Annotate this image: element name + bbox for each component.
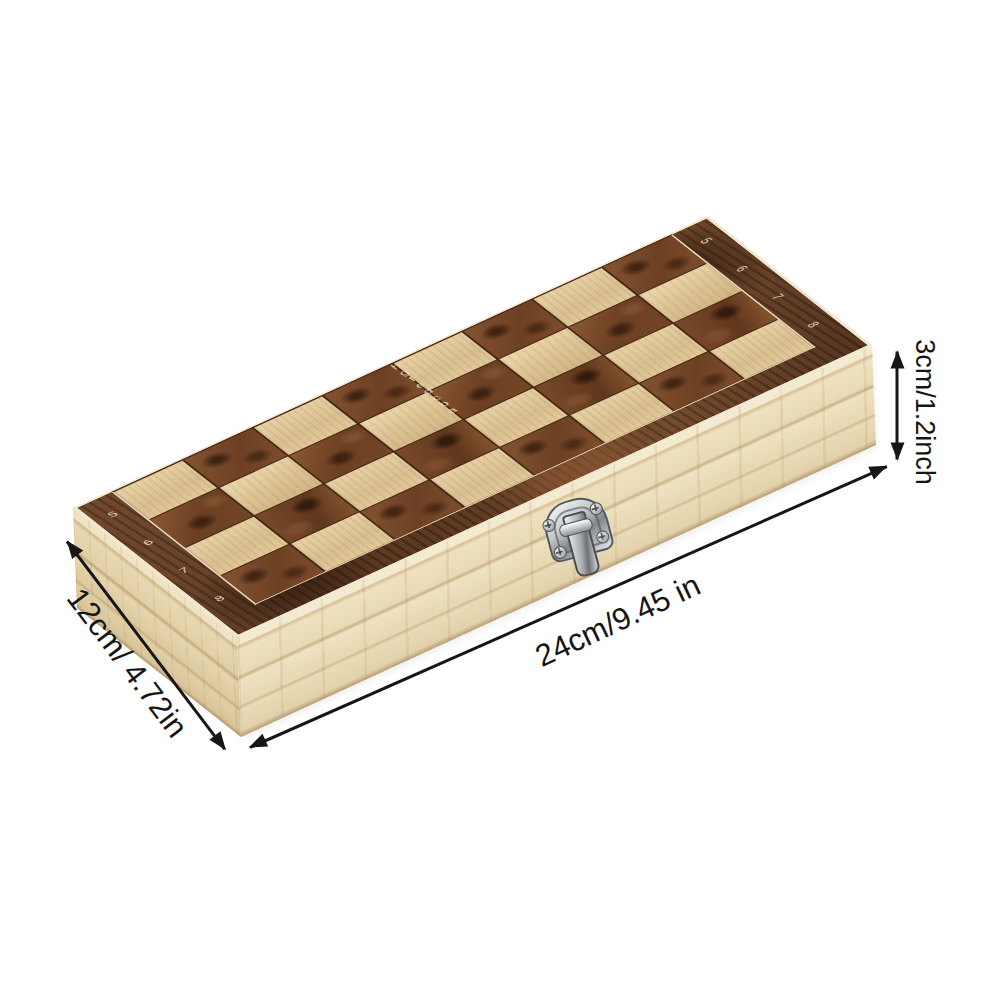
height-dimension-label: 3cm/1.2inch <box>909 339 940 485</box>
height-dimension-arrow <box>896 352 899 460</box>
product-photo-stage: hgfedcba 5678 5678 24cm/9.45 in 12cm/ 4.… <box>0 0 1001 1001</box>
